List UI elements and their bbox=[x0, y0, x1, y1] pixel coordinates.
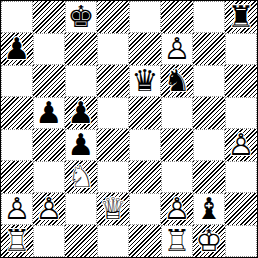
square-b2[interactable]: ♟♙ bbox=[33, 193, 65, 225]
square-d1[interactable] bbox=[97, 225, 129, 257]
square-h1[interactable] bbox=[225, 225, 257, 257]
square-g4[interactable] bbox=[193, 129, 225, 161]
square-b7[interactable] bbox=[33, 33, 65, 65]
square-e2[interactable] bbox=[129, 193, 161, 225]
square-c5[interactable]: ♟♟ bbox=[65, 97, 97, 129]
square-a2[interactable]: ♟♙ bbox=[1, 193, 33, 225]
square-e7[interactable] bbox=[129, 33, 161, 65]
piece-glyph: ♟ bbox=[1, 33, 33, 65]
piece-black-pawn[interactable]: ♟♟ bbox=[33, 97, 65, 129]
piece-white-pawn[interactable]: ♟♙ bbox=[161, 193, 193, 225]
square-d3[interactable] bbox=[97, 161, 129, 193]
square-b1[interactable] bbox=[33, 225, 65, 257]
square-a7[interactable]: ♟♟ bbox=[1, 33, 33, 65]
square-e5[interactable] bbox=[129, 97, 161, 129]
chess-board-frame: ♚♚♜♜♟♟♟♙♛♛♞♞♟♟♟♟♟♟♟♙♞♘♟♙♟♙♛♕♟♙♝♝♜♖♜♖♚♔ bbox=[0, 0, 258, 258]
piece-black-rook[interactable]: ♜♜ bbox=[225, 1, 257, 33]
piece-glyph: ♔ bbox=[193, 225, 225, 257]
piece-glyph: ♕ bbox=[97, 193, 129, 225]
square-g3[interactable] bbox=[193, 161, 225, 193]
square-d6[interactable] bbox=[97, 65, 129, 97]
square-f6[interactable]: ♞♞ bbox=[161, 65, 193, 97]
piece-glyph: ♘ bbox=[65, 161, 97, 193]
piece-white-knight[interactable]: ♞♘ bbox=[65, 161, 97, 193]
piece-glyph: ♙ bbox=[161, 193, 193, 225]
square-e8[interactable] bbox=[129, 1, 161, 33]
piece-glyph: ♝ bbox=[193, 193, 225, 225]
piece-white-pawn[interactable]: ♟♙ bbox=[33, 193, 65, 225]
piece-white-pawn[interactable]: ♟♙ bbox=[225, 129, 257, 161]
square-g7[interactable] bbox=[193, 33, 225, 65]
piece-white-rook[interactable]: ♜♖ bbox=[1, 225, 33, 257]
square-c2[interactable] bbox=[65, 193, 97, 225]
square-b3[interactable] bbox=[33, 161, 65, 193]
piece-glyph: ♖ bbox=[1, 225, 33, 257]
piece-black-bishop[interactable]: ♝♝ bbox=[193, 193, 225, 225]
piece-white-pawn[interactable]: ♟♙ bbox=[161, 33, 193, 65]
piece-glyph: ♖ bbox=[161, 225, 193, 257]
piece-white-rook[interactable]: ♜♖ bbox=[161, 225, 193, 257]
square-e4[interactable] bbox=[129, 129, 161, 161]
piece-glyph: ♟ bbox=[33, 97, 65, 129]
piece-glyph: ♙ bbox=[225, 129, 257, 161]
square-a6[interactable] bbox=[1, 65, 33, 97]
square-f5[interactable] bbox=[161, 97, 193, 129]
piece-glyph: ♙ bbox=[161, 33, 193, 65]
square-f3[interactable] bbox=[161, 161, 193, 193]
square-f8[interactable] bbox=[161, 1, 193, 33]
square-h2[interactable] bbox=[225, 193, 257, 225]
square-d7[interactable] bbox=[97, 33, 129, 65]
square-h8[interactable]: ♜♜ bbox=[225, 1, 257, 33]
square-d2[interactable]: ♛♕ bbox=[97, 193, 129, 225]
square-d8[interactable] bbox=[97, 1, 129, 33]
piece-black-pawn[interactable]: ♟♟ bbox=[65, 97, 97, 129]
square-h3[interactable] bbox=[225, 161, 257, 193]
square-f4[interactable] bbox=[161, 129, 193, 161]
square-b5[interactable]: ♟♟ bbox=[33, 97, 65, 129]
square-d5[interactable] bbox=[97, 97, 129, 129]
piece-glyph: ♟ bbox=[65, 129, 97, 161]
square-c1[interactable] bbox=[65, 225, 97, 257]
piece-glyph: ♙ bbox=[33, 193, 65, 225]
square-e1[interactable] bbox=[129, 225, 161, 257]
piece-glyph: ♙ bbox=[1, 193, 33, 225]
square-b4[interactable] bbox=[33, 129, 65, 161]
piece-white-queen[interactable]: ♛♕ bbox=[97, 193, 129, 225]
square-g2[interactable]: ♝♝ bbox=[193, 193, 225, 225]
piece-white-pawn[interactable]: ♟♙ bbox=[1, 193, 33, 225]
square-h4[interactable]: ♟♙ bbox=[225, 129, 257, 161]
square-c4[interactable]: ♟♟ bbox=[65, 129, 97, 161]
square-h5[interactable] bbox=[225, 97, 257, 129]
square-d4[interactable] bbox=[97, 129, 129, 161]
chess-board: ♚♚♜♜♟♟♟♙♛♛♞♞♟♟♟♟♟♟♟♙♞♘♟♙♟♙♛♕♟♙♝♝♜♖♜♖♚♔ bbox=[1, 1, 257, 257]
square-h6[interactable] bbox=[225, 65, 257, 97]
square-c6[interactable] bbox=[65, 65, 97, 97]
square-a1[interactable]: ♜♖ bbox=[1, 225, 33, 257]
square-g5[interactable] bbox=[193, 97, 225, 129]
piece-black-knight[interactable]: ♞♞ bbox=[161, 65, 193, 97]
square-c7[interactable] bbox=[65, 33, 97, 65]
piece-glyph: ♛ bbox=[129, 65, 161, 97]
square-g6[interactable] bbox=[193, 65, 225, 97]
square-f7[interactable]: ♟♙ bbox=[161, 33, 193, 65]
square-e3[interactable] bbox=[129, 161, 161, 193]
piece-black-pawn[interactable]: ♟♟ bbox=[1, 33, 33, 65]
piece-glyph: ♞ bbox=[161, 65, 193, 97]
square-e6[interactable]: ♛♛ bbox=[129, 65, 161, 97]
square-c8[interactable]: ♚♚ bbox=[65, 1, 97, 33]
piece-white-king[interactable]: ♚♔ bbox=[193, 225, 225, 257]
square-g1[interactable]: ♚♔ bbox=[193, 225, 225, 257]
square-a3[interactable] bbox=[1, 161, 33, 193]
piece-black-queen[interactable]: ♛♛ bbox=[129, 65, 161, 97]
square-g8[interactable] bbox=[193, 1, 225, 33]
square-a8[interactable] bbox=[1, 1, 33, 33]
square-c3[interactable]: ♞♘ bbox=[65, 161, 97, 193]
piece-black-pawn[interactable]: ♟♟ bbox=[65, 129, 97, 161]
square-a5[interactable] bbox=[1, 97, 33, 129]
square-h7[interactable] bbox=[225, 33, 257, 65]
square-b6[interactable] bbox=[33, 65, 65, 97]
piece-black-king[interactable]: ♚♚ bbox=[65, 1, 97, 33]
square-f2[interactable]: ♟♙ bbox=[161, 193, 193, 225]
square-f1[interactable]: ♜♖ bbox=[161, 225, 193, 257]
square-a4[interactable] bbox=[1, 129, 33, 161]
piece-glyph: ♟ bbox=[65, 97, 97, 129]
piece-glyph: ♚ bbox=[65, 1, 97, 33]
piece-glyph: ♜ bbox=[225, 1, 257, 33]
square-b8[interactable] bbox=[33, 1, 65, 33]
